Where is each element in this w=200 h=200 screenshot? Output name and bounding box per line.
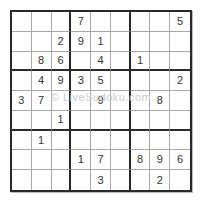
cell-r8c3[interactable]: [52, 150, 72, 170]
cell-r4c1[interactable]: [12, 71, 32, 91]
cell-r9c8[interactable]: 2: [150, 170, 170, 190]
cell-r4c9[interactable]: 2: [170, 71, 190, 91]
sudoku-page: 752918641493523798111789632 © LiveSudoku…: [0, 0, 200, 200]
cell-r1c6[interactable]: [111, 12, 131, 32]
cell-r1c4[interactable]: 7: [71, 12, 91, 32]
cell-r6c6[interactable]: [111, 111, 131, 131]
cell-r7c4[interactable]: [71, 131, 91, 151]
cell-r5c2[interactable]: 7: [32, 91, 52, 111]
cell-r1c9[interactable]: 5: [170, 12, 190, 32]
cell-r7c8[interactable]: [150, 131, 170, 151]
cell-r8c2[interactable]: [32, 150, 52, 170]
cell-r9c2[interactable]: [32, 170, 52, 190]
cell-r3c7[interactable]: 1: [131, 52, 151, 72]
cell-r1c1[interactable]: [12, 12, 32, 32]
cell-r1c2[interactable]: [32, 12, 52, 32]
cell-r6c5[interactable]: [91, 111, 111, 131]
cell-r2c4[interactable]: 9: [71, 32, 91, 52]
sudoku-board: 752918641493523798111789632: [10, 10, 192, 192]
cell-r1c7[interactable]: [131, 12, 151, 32]
cell-r7c5[interactable]: [91, 131, 111, 151]
cell-r6c2[interactable]: [32, 111, 52, 131]
cell-r3c6[interactable]: [111, 52, 131, 72]
cell-r4c6[interactable]: [111, 71, 131, 91]
cell-r1c5[interactable]: [91, 12, 111, 32]
cell-r7c7[interactable]: [131, 131, 151, 151]
cell-r7c2[interactable]: 1: [32, 131, 52, 151]
cell-r2c7[interactable]: [131, 32, 151, 52]
cell-r5c7[interactable]: [131, 91, 151, 111]
cell-r8c9[interactable]: 6: [170, 150, 190, 170]
cell-r4c7[interactable]: [131, 71, 151, 91]
cell-r9c5[interactable]: 3: [91, 170, 111, 190]
cell-r2c2[interactable]: [32, 32, 52, 52]
cell-r8c1[interactable]: [12, 150, 32, 170]
cell-r1c8[interactable]: [150, 12, 170, 32]
cell-r6c1[interactable]: [12, 111, 32, 131]
cell-r9c3[interactable]: [52, 170, 72, 190]
cell-r3c8[interactable]: [150, 52, 170, 72]
cell-r5c3[interactable]: [52, 91, 72, 111]
cell-r1c3[interactable]: [52, 12, 72, 32]
cell-r2c5[interactable]: 1: [91, 32, 111, 52]
cell-r9c7[interactable]: [131, 170, 151, 190]
cell-r4c5[interactable]: 5: [91, 71, 111, 91]
cell-r9c6[interactable]: [111, 170, 131, 190]
cell-r9c9[interactable]: [170, 170, 190, 190]
cell-r4c3[interactable]: 9: [52, 71, 72, 91]
cell-r3c4[interactable]: [71, 52, 91, 72]
cell-r2c1[interactable]: [12, 32, 32, 52]
cell-r5c1[interactable]: 3: [12, 91, 32, 111]
cell-r8c5[interactable]: 7: [91, 150, 111, 170]
cell-r6c8[interactable]: [150, 111, 170, 131]
cell-r8c7[interactable]: 8: [131, 150, 151, 170]
cell-r6c7[interactable]: [131, 111, 151, 131]
cell-r7c1[interactable]: [12, 131, 32, 151]
cell-r3c9[interactable]: [170, 52, 190, 72]
cell-r2c6[interactable]: [111, 32, 131, 52]
cell-r7c9[interactable]: [170, 131, 190, 151]
cell-r7c3[interactable]: [52, 131, 72, 151]
cell-r5c4[interactable]: [71, 91, 91, 111]
cell-r3c5[interactable]: 4: [91, 52, 111, 72]
cell-r6c4[interactable]: [71, 111, 91, 131]
cell-r4c4[interactable]: 3: [71, 71, 91, 91]
cell-r2c9[interactable]: [170, 32, 190, 52]
cell-r5c8[interactable]: 8: [150, 91, 170, 111]
cell-r8c4[interactable]: 1: [71, 150, 91, 170]
cell-r6c9[interactable]: [170, 111, 190, 131]
cell-r5c9[interactable]: [170, 91, 190, 111]
cell-r9c4[interactable]: [71, 170, 91, 190]
cell-r8c6[interactable]: [111, 150, 131, 170]
cell-r4c8[interactable]: [150, 71, 170, 91]
cell-r5c6[interactable]: [111, 91, 131, 111]
cell-r3c1[interactable]: [12, 52, 32, 72]
cell-r4c2[interactable]: 4: [32, 71, 52, 91]
cell-r3c3[interactable]: 6: [52, 52, 72, 72]
cell-r9c1[interactable]: [12, 170, 32, 190]
cell-r2c3[interactable]: 2: [52, 32, 72, 52]
cell-r5c5[interactable]: 9: [91, 91, 111, 111]
cell-r8c8[interactable]: 9: [150, 150, 170, 170]
cell-r3c2[interactable]: 8: [32, 52, 52, 72]
cell-r2c8[interactable]: [150, 32, 170, 52]
cell-r6c3[interactable]: 1: [52, 111, 72, 131]
cell-r7c6[interactable]: [111, 131, 131, 151]
